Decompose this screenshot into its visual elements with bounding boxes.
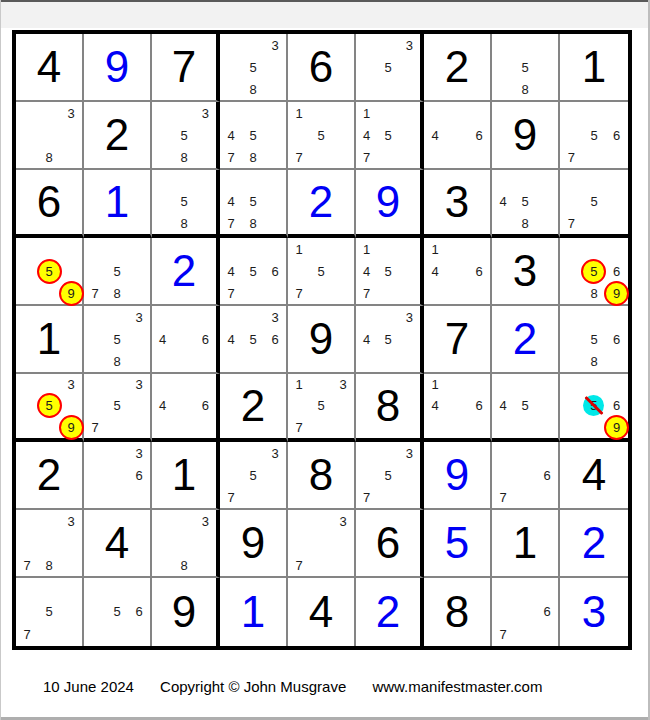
cell-r4c8[interactable]: 3	[492, 238, 560, 306]
candidate-digit: 7	[23, 559, 30, 572]
candidate-digit: 8	[249, 83, 256, 96]
candidate-digit: 5	[384, 265, 391, 278]
candidate-grid: 57	[560, 170, 628, 234]
cell-value: 6	[376, 521, 400, 565]
candidate-grid: 35	[356, 34, 420, 100]
candidate-grid: 358	[152, 102, 216, 168]
candidate-digit: 5	[113, 333, 120, 346]
cell-r4c5[interactable]: 157	[288, 238, 356, 306]
cell-r5c2[interactable]: 358	[84, 306, 152, 374]
candidate-digit: 1	[431, 243, 438, 256]
candidate-digit: 6	[613, 399, 620, 412]
highlight-yellow-circle: 5	[37, 259, 62, 284]
cell-value: 3	[445, 180, 469, 224]
candidate-digit: 4	[499, 195, 506, 208]
candidate-digit: 1	[431, 378, 438, 391]
candidate-digit: 5	[249, 333, 256, 346]
candidate-digit: 3	[406, 311, 413, 324]
candidate-digit: 5	[45, 605, 52, 618]
candidate-digit: 8	[590, 287, 597, 300]
candidate-digit: 4	[431, 265, 438, 278]
highlight-yellow-circle: 9	[604, 415, 629, 440]
cell-r6c6[interactable]: 8	[356, 374, 424, 442]
candidate-digit: 5	[45, 399, 52, 412]
highlight-cyan-elimination: 5	[583, 395, 604, 416]
cell-r1c6[interactable]: 35	[356, 34, 424, 102]
candidate-grid: 568	[560, 306, 628, 372]
cell-value: 9	[445, 453, 469, 497]
app-window: 4973586352581382358457815714574695676158…	[0, 0, 650, 720]
cell-value: 8	[445, 590, 469, 634]
cell-r9c4[interactable]: 1	[220, 578, 288, 646]
cell-r5c7[interactable]: 7	[424, 306, 492, 374]
cell-r5c1[interactable]: 1	[16, 306, 84, 374]
cell-r8c7[interactable]: 5	[424, 510, 492, 578]
cell-value: 4	[309, 590, 333, 634]
cell-value: 9	[513, 113, 537, 157]
candidate-digit: 6	[202, 399, 209, 412]
candidate-digit: 9	[613, 421, 620, 434]
candidate-grid: 67	[492, 578, 558, 646]
cell-r5c5[interactable]: 9	[288, 306, 356, 374]
candidate-digit: 5	[521, 195, 528, 208]
cell-value: 6	[37, 180, 61, 224]
cell-r7c9[interactable]: 4	[560, 442, 628, 510]
cell-r2c3[interactable]: 358	[152, 102, 220, 170]
candidate-digit: 8	[45, 559, 52, 572]
highlight-yellow-circle: 5	[37, 393, 62, 418]
candidate-digit: 6	[271, 333, 278, 346]
cell-r4c7[interactable]: 146	[424, 238, 492, 306]
candidate-digit: 4	[227, 265, 234, 278]
highlight-yellow-circle: 5	[581, 259, 606, 284]
highlight-yellow-circle: 9	[59, 415, 84, 440]
footer-website-link[interactable]: www.manifestmaster.com	[372, 678, 542, 695]
cell-r1c5[interactable]: 6	[288, 34, 356, 102]
cell-r3c4[interactable]: 4578	[220, 170, 288, 238]
cell-value: 1	[513, 521, 537, 565]
cell-r7c7[interactable]: 9	[424, 442, 492, 510]
cell-value: 2	[445, 45, 469, 89]
cell-value: 9	[376, 180, 400, 224]
candidate-digit: 3	[67, 515, 74, 528]
candidate-digit: 5	[113, 265, 120, 278]
cell-r8c2[interactable]: 4	[84, 510, 152, 578]
cell-r2c9[interactable]: 567	[560, 102, 628, 170]
candidate-grid: 1457	[356, 238, 420, 304]
cell-value: 2	[376, 590, 400, 634]
candidate-digit: 5	[249, 129, 256, 142]
cell-r8c5[interactable]: 37	[288, 510, 356, 578]
candidate-grid: 146	[424, 238, 490, 304]
sudoku-board: 4973586352581382358457815714574695676158…	[12, 30, 632, 650]
cell-r4c3[interactable]: 2	[152, 238, 220, 306]
candidate-grid: 58	[492, 34, 558, 100]
cell-r4c6[interactable]: 1457	[356, 238, 424, 306]
cell-value: 2	[241, 384, 265, 428]
cell-r3c3[interactable]: 58	[152, 170, 220, 238]
cell-r6c3[interactable]: 46	[152, 374, 220, 442]
cell-r5c4[interactable]: 3456	[220, 306, 288, 374]
window-header-strip	[1, 2, 648, 28]
candidate-digit: 7	[91, 287, 98, 300]
cell-r4c9[interactable]: 5689	[560, 238, 628, 306]
candidate-digit: 3	[339, 378, 346, 391]
candidate-grid: 357	[356, 442, 420, 508]
candidate-digit: 1	[295, 107, 302, 120]
cell-r4c2[interactable]: 578	[84, 238, 152, 306]
cell-r3c5[interactable]: 2	[288, 170, 356, 238]
candidate-digit: 3	[202, 107, 209, 120]
candidate-digit: 9	[67, 287, 74, 300]
candidate-digit: 5	[45, 265, 52, 278]
candidate-digit: 1	[295, 243, 302, 256]
cell-value: 2	[309, 180, 333, 224]
candidate-digit: 7	[499, 491, 506, 504]
candidate-digit: 5	[317, 129, 324, 142]
cell-r9c6[interactable]: 2	[356, 578, 424, 646]
candidate-digit: 4	[227, 129, 234, 142]
candidate-digit: 8	[113, 287, 120, 300]
cell-r6c9[interactable]: 569	[560, 374, 628, 442]
candidate-digit: 7	[227, 287, 234, 300]
candidate-grid: 458	[492, 170, 558, 234]
cell-r7c3[interactable]: 1	[152, 442, 220, 510]
cell-r6c5[interactable]: 1357	[288, 374, 356, 442]
candidate-digit: 3	[271, 311, 278, 324]
cell-value: 2	[513, 317, 537, 361]
candidate-grid: 358	[220, 34, 286, 100]
cell-r1c9[interactable]: 1	[560, 34, 628, 102]
cell-value: 1	[105, 180, 129, 224]
cell-value: 9	[172, 590, 196, 634]
candidate-grid: 36	[84, 442, 150, 508]
candidate-digit: 8	[180, 151, 187, 164]
candidate-digit: 4	[363, 265, 370, 278]
candidate-digit: 6	[271, 265, 278, 278]
candidate-digit: 8	[180, 559, 187, 572]
candidate-digit: 8	[113, 355, 120, 368]
candidate-digit: 6	[613, 265, 620, 278]
candidate-digit: 9	[67, 421, 74, 434]
candidate-grid: 67	[492, 442, 558, 508]
candidate-digit: 7	[363, 491, 370, 504]
cell-r1c3[interactable]: 7	[152, 34, 220, 102]
candidate-grid: 45	[492, 374, 558, 438]
cell-r5c3[interactable]: 46	[152, 306, 220, 374]
cell-r7c5[interactable]: 8	[288, 442, 356, 510]
candidate-grid: 37	[288, 510, 354, 576]
candidate-grid: 5689	[560, 238, 628, 304]
candidate-digit: 3	[271, 39, 278, 52]
candidate-digit: 7	[227, 217, 234, 230]
candidate-digit: 5	[317, 399, 324, 412]
candidate-digit: 3	[406, 39, 413, 52]
candidate-digit: 6	[202, 333, 209, 346]
candidate-digit: 5	[590, 129, 597, 142]
candidate-digit: 3	[339, 515, 346, 528]
candidate-digit: 6	[135, 469, 142, 482]
candidate-digit: 7	[499, 628, 506, 641]
cell-r2c4[interactable]: 4578	[220, 102, 288, 170]
candidate-digit: 7	[23, 628, 30, 641]
cell-r8c9[interactable]: 2	[560, 510, 628, 578]
candidate-digit: 6	[475, 129, 482, 142]
candidate-digit: 5	[521, 61, 528, 74]
candidate-digit: 5	[249, 61, 256, 74]
cell-r3c9[interactable]: 57	[560, 170, 628, 238]
cell-r6c1[interactable]: 359	[16, 374, 84, 442]
cell-value: 6	[309, 45, 333, 89]
candidate-digit: 8	[45, 151, 52, 164]
cell-value: 9	[105, 45, 129, 89]
cell-r3c6[interactable]: 9	[356, 170, 424, 238]
candidate-digit: 5	[317, 265, 324, 278]
candidate-grid: 4578	[220, 102, 286, 168]
candidate-grid: 46	[152, 306, 216, 372]
candidate-grid: 4567	[220, 238, 286, 304]
candidate-digit: 5	[384, 129, 391, 142]
cell-r5c8[interactable]: 2	[492, 306, 560, 374]
candidate-digit: 8	[521, 217, 528, 230]
candidate-digit: 6	[135, 605, 142, 618]
cell-r1c2[interactable]: 9	[84, 34, 152, 102]
highlight-yellow-circle: 9	[604, 281, 629, 306]
candidate-digit: 7	[295, 151, 302, 164]
candidate-grid: 358	[84, 306, 150, 372]
candidate-digit: 5	[384, 333, 391, 346]
candidate-grid: 378	[16, 510, 82, 576]
cell-r4c1[interactable]: 59	[16, 238, 84, 306]
candidate-digit: 4	[363, 129, 370, 142]
cell-r9c9[interactable]: 3	[560, 578, 628, 646]
candidate-digit: 9	[613, 287, 620, 300]
cell-r2c1[interactable]: 38	[16, 102, 84, 170]
candidate-digit: 3	[271, 447, 278, 460]
cell-r6c4[interactable]: 2	[220, 374, 288, 442]
candidate-digit: 7	[295, 421, 302, 434]
cell-r5c9[interactable]: 568	[560, 306, 628, 374]
candidate-digit: 4	[159, 399, 166, 412]
candidate-grid: 345	[356, 306, 420, 372]
candidate-grid: 38	[152, 510, 216, 576]
candidate-digit: 5	[590, 333, 597, 346]
cell-r2c2[interactable]: 2	[84, 102, 152, 170]
footer: 10 June 2024 Copyright © John Musgrave w…	[43, 678, 648, 695]
cell-value: 7	[445, 317, 469, 361]
candidate-digit: 8	[180, 217, 187, 230]
candidate-grid: 46	[424, 102, 490, 168]
cell-value: 3	[513, 249, 537, 293]
cell-r1c1[interactable]: 4	[16, 34, 84, 102]
cell-r8c3[interactable]: 38	[152, 510, 220, 578]
candidate-digit: 4	[431, 399, 438, 412]
candidate-digit: 4	[159, 333, 166, 346]
candidate-digit: 3	[406, 447, 413, 460]
cell-r9c5[interactable]: 4	[288, 578, 356, 646]
candidate-digit: 7	[91, 421, 98, 434]
candidate-grid: 59	[16, 238, 82, 304]
candidate-digit: 3	[135, 378, 142, 391]
candidate-digit: 5	[384, 61, 391, 74]
cell-r7c4[interactable]: 357	[220, 442, 288, 510]
candidate-digit: 7	[363, 287, 370, 300]
cell-value: 1	[172, 453, 196, 497]
candidate-digit: 5	[590, 195, 597, 208]
candidate-digit: 7	[227, 491, 234, 504]
candidate-digit: 5	[249, 195, 256, 208]
cell-r9c7[interactable]: 8	[424, 578, 492, 646]
candidate-grid: 578	[84, 238, 150, 304]
candidate-digit: 7	[295, 287, 302, 300]
candidate-digit: 7	[568, 151, 575, 164]
candidate-digit: 8	[249, 151, 256, 164]
cell-r6c2[interactable]: 357	[84, 374, 152, 442]
candidate-digit: 5	[521, 399, 528, 412]
cell-r6c7[interactable]: 146	[424, 374, 492, 442]
cell-r2c7[interactable]: 46	[424, 102, 492, 170]
cell-r8c4[interactable]: 9	[220, 510, 288, 578]
candidate-digit: 7	[295, 559, 302, 572]
cell-r8c1[interactable]: 378	[16, 510, 84, 578]
cell-r4c4[interactable]: 4567	[220, 238, 288, 306]
footer-copyright: Copyright © John Musgrave	[160, 678, 346, 695]
candidate-digit: 6	[475, 399, 482, 412]
cell-value: 2	[37, 453, 61, 497]
candidate-digit: 5	[384, 469, 391, 482]
candidate-grid: 56	[84, 578, 150, 646]
candidate-digit: 3	[202, 515, 209, 528]
candidate-digit: 3	[135, 311, 142, 324]
candidate-grid: 569	[560, 374, 628, 438]
candidate-digit: 5	[590, 265, 597, 278]
candidate-digit: 4	[363, 333, 370, 346]
cell-r3c2[interactable]: 1	[84, 170, 152, 238]
cell-value: 4	[105, 521, 129, 565]
cell-value: 9	[241, 521, 265, 565]
candidate-grid: 58	[152, 170, 216, 234]
candidate-grid: 46	[152, 374, 216, 438]
cell-value: 5	[445, 521, 469, 565]
cell-value: 4	[37, 45, 61, 89]
cell-r7c1[interactable]: 2	[16, 442, 84, 510]
cell-value: 7	[172, 45, 196, 89]
cell-r2c5[interactable]: 157	[288, 102, 356, 170]
cell-r3c7[interactable]: 3	[424, 170, 492, 238]
candidate-digit: 1	[295, 378, 302, 391]
candidate-digit: 6	[613, 129, 620, 142]
cell-r1c8[interactable]: 58	[492, 34, 560, 102]
candidate-grid: 359	[16, 374, 82, 438]
cell-r1c4[interactable]: 358	[220, 34, 288, 102]
cell-r8c8[interactable]: 1	[492, 510, 560, 578]
candidate-digit: 5	[180, 129, 187, 142]
cell-r9c2[interactable]: 56	[84, 578, 152, 646]
candidate-grid: 38	[16, 102, 82, 168]
candidate-digit: 5	[113, 605, 120, 618]
candidate-digit: 8	[521, 83, 528, 96]
candidate-digit: 4	[227, 195, 234, 208]
candidate-digit: 8	[249, 217, 256, 230]
cell-r2c6[interactable]: 1457	[356, 102, 424, 170]
cell-r9c3[interactable]: 9	[152, 578, 220, 646]
cell-r3c1[interactable]: 6	[16, 170, 84, 238]
cell-value: 8	[309, 453, 333, 497]
candidate-digit: 1	[363, 107, 370, 120]
cell-r5c6[interactable]: 345	[356, 306, 424, 374]
cell-r7c2[interactable]: 36	[84, 442, 152, 510]
cell-value: 3	[582, 590, 606, 634]
cell-r7c6[interactable]: 357	[356, 442, 424, 510]
candidate-digit: 5	[180, 195, 187, 208]
cell-value: 2	[105, 113, 129, 157]
candidate-grid: 3456	[220, 306, 286, 372]
cell-r9c8[interactable]: 67	[492, 578, 560, 646]
cell-value: 1	[241, 590, 265, 634]
cell-r1c7[interactable]: 2	[424, 34, 492, 102]
cell-r9c1[interactable]: 57	[16, 578, 84, 646]
candidate-grid: 146	[424, 374, 490, 438]
candidate-digit: 7	[363, 151, 370, 164]
cell-value: 8	[376, 384, 400, 428]
footer-date: 10 June 2024	[43, 678, 134, 695]
candidate-grid: 157	[288, 102, 354, 168]
candidate-digit: 6	[543, 469, 550, 482]
candidate-grid: 357	[220, 442, 286, 508]
candidate-digit: 7	[227, 151, 234, 164]
candidate-digit: 7	[568, 217, 575, 230]
candidate-digit: 1	[363, 243, 370, 256]
candidate-digit: 3	[135, 447, 142, 460]
cell-r8c6[interactable]: 6	[356, 510, 424, 578]
candidate-grid: 1457	[356, 102, 420, 168]
candidate-digit: 3	[67, 378, 74, 391]
cell-r7c8[interactable]: 67	[492, 442, 560, 510]
cell-value: 1	[37, 317, 61, 361]
candidate-digit: 4	[227, 333, 234, 346]
candidate-grid: 57	[16, 578, 82, 646]
candidate-digit: 6	[613, 333, 620, 346]
cell-value: 1	[582, 45, 606, 89]
candidate-digit: 4	[431, 129, 438, 142]
cell-r6c8[interactable]: 45	[492, 374, 560, 442]
candidate-digit: 6	[475, 265, 482, 278]
candidate-grid: 4578	[220, 170, 286, 234]
candidate-grid: 357	[84, 374, 150, 438]
cell-value: 2	[582, 521, 606, 565]
candidate-digit: 6	[543, 605, 550, 618]
candidate-grid: 567	[560, 102, 628, 168]
candidate-grid: 157	[288, 238, 354, 304]
candidate-digit: 5	[113, 399, 120, 412]
cell-value: 2	[172, 249, 196, 293]
candidate-digit: 3	[67, 107, 74, 120]
highlight-yellow-circle: 9	[59, 281, 84, 306]
candidate-grid: 1357	[288, 374, 354, 438]
candidate-digit: 8	[590, 355, 597, 368]
cell-value: 4	[582, 453, 606, 497]
candidate-digit: 5	[249, 265, 256, 278]
cell-r3c8[interactable]: 458	[492, 170, 560, 238]
candidate-digit: 5	[249, 469, 256, 482]
cell-r2c8[interactable]: 9	[492, 102, 560, 170]
candidate-digit: 4	[499, 399, 506, 412]
cell-value: 9	[309, 317, 333, 361]
